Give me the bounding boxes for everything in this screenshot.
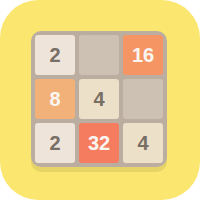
tile-2: 2	[35, 123, 75, 163]
tile-32: 32	[79, 123, 119, 163]
tile-4: 4	[79, 79, 119, 119]
tile-2: 2	[35, 35, 75, 75]
app-icon-background: 216842324	[0, 0, 200, 200]
game-board[interactable]: 216842324	[31, 31, 167, 167]
empty-cell	[79, 35, 119, 75]
tile-8: 8	[35, 79, 75, 119]
tile-16: 16	[123, 35, 163, 75]
tile-4: 4	[123, 123, 163, 163]
empty-cell	[123, 79, 163, 119]
